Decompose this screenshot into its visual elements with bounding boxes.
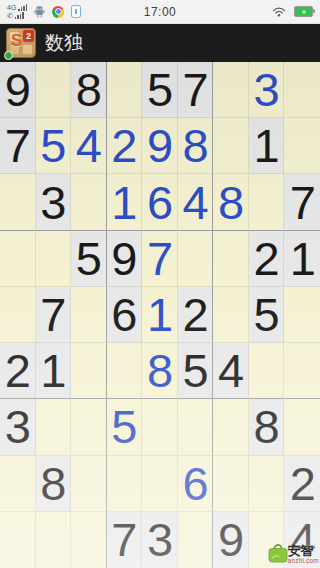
cell-r2c6[interactable]: 8 [178,118,214,174]
cell-r2c2[interactable]: 5 [36,118,72,174]
watermark-name: 安智 [288,544,314,557]
cell-r8c9[interactable]: 2 [284,456,320,512]
cell-r5c6[interactable]: 2 [178,287,214,343]
page-title: 数独 [45,30,83,56]
cell-r9c7[interactable]: 9 [213,512,249,568]
cell-r5c1[interactable] [0,287,36,343]
phone-icon: ✆ [7,12,13,19]
cell-r7c6[interactable] [178,399,214,455]
battery-icon [294,6,313,17]
cell-r5c5[interactable]: 1 [142,287,178,343]
wifi-icon [272,6,286,17]
cell-r5c4[interactable]: 6 [107,287,143,343]
cell-r6c3[interactable] [71,343,107,399]
cell-r3c3[interactable] [71,174,107,230]
cell-r4c1[interactable] [0,231,36,287]
shopping-bag-icon [266,540,290,564]
cell-r2c9[interactable] [284,118,320,174]
cell-r8c7[interactable] [213,456,249,512]
cell-r1c6[interactable]: 7 [178,62,214,118]
cell-r4c5[interactable]: 7 [142,231,178,287]
cell-r9c6[interactable] [178,512,214,568]
cell-r7c1[interactable]: 3 [0,399,36,455]
cell-r3c2[interactable]: 3 [36,174,72,230]
dual-sim-signal: 4G ✆ [7,4,27,19]
cell-r8c8[interactable] [249,456,285,512]
cell-r5c3[interactable] [71,287,107,343]
cell-r4c2[interactable] [36,231,72,287]
cell-r1c7[interactable] [213,62,249,118]
cell-r7c4[interactable]: 5 [107,399,143,455]
cell-r3c6[interactable]: 4 [178,174,214,230]
signal-bars-icon [18,4,27,11]
cell-r2c1[interactable]: 7 [0,118,36,174]
cell-r1c3[interactable]: 8 [71,62,107,118]
app-icon-badge: 2 [23,30,34,41]
cell-r2c8[interactable]: 1 [249,118,285,174]
cell-r3c9[interactable]: 7 [284,174,320,230]
cell-r3c5[interactable]: 6 [142,174,178,230]
cell-r8c5[interactable] [142,456,178,512]
cell-r7c5[interactable] [142,399,178,455]
cell-r4c9[interactable]: 1 [284,231,320,287]
cell-r1c8[interactable]: 3 [249,62,285,118]
cell-r2c3[interactable]: 4 [71,118,107,174]
cell-r6c8[interactable] [249,343,285,399]
status-bar: 4G ✆ [0,0,320,24]
cell-r9c2[interactable] [36,512,72,568]
cell-r5c9[interactable] [284,287,320,343]
cell-r4c6[interactable] [178,231,214,287]
signal-bars-icon-2 [15,12,24,19]
cell-r1c5[interactable]: 5 [142,62,178,118]
watermark-domain: anzhi.com [288,557,319,565]
app-icon-letter: S [11,32,22,49]
cell-r1c4[interactable] [107,62,143,118]
android-notification-icon [34,5,45,18]
cell-r2c4[interactable]: 2 [107,118,143,174]
network-type-label: 4G [7,4,16,11]
cell-r1c9[interactable] [284,62,320,118]
cell-r6c2[interactable]: 1 [36,343,72,399]
cell-r6c5[interactable]: 8 [142,343,178,399]
title-bar: S 2 数独 [0,24,320,62]
sudoku-app-icon: S 2 [6,28,36,58]
cell-r8c2[interactable]: 8 [36,456,72,512]
cell-r1c2[interactable] [36,62,72,118]
chrome-notification-icon [52,6,64,18]
status-right-cluster [272,6,313,17]
cell-r3c1[interactable] [0,174,36,230]
cell-r4c3[interactable]: 5 [71,231,107,287]
cell-r3c8[interactable] [249,174,285,230]
cell-r2c7[interactable] [213,118,249,174]
cell-r8c6[interactable]: 6 [178,456,214,512]
cell-r9c1[interactable] [0,512,36,568]
cell-r5c7[interactable] [213,287,249,343]
cell-r4c8[interactable]: 2 [249,231,285,287]
cell-r3c4[interactable]: 1 [107,174,143,230]
cell-r7c9[interactable] [284,399,320,455]
cell-r7c2[interactable] [36,399,72,455]
cell-r8c1[interactable] [0,456,36,512]
cell-r9c4[interactable]: 7 [107,512,143,568]
cell-r1c1[interactable]: 9 [0,62,36,118]
cell-r7c8[interactable]: 8 [249,399,285,455]
cell-r3c7[interactable]: 8 [213,174,249,230]
cell-r9c3[interactable] [71,512,107,568]
cell-r8c4[interactable] [107,456,143,512]
cell-r5c8[interactable]: 5 [249,287,285,343]
cell-r8c3[interactable] [71,456,107,512]
sim-app-notification-icon [71,5,81,18]
cell-r7c7[interactable] [213,399,249,455]
cell-r4c4[interactable]: 9 [107,231,143,287]
phone-screen: 4G ✆ [0,0,320,568]
status-left-cluster: 4G ✆ [7,4,81,19]
cell-r2c5[interactable]: 9 [142,118,178,174]
cell-r6c1[interactable]: 2 [0,343,36,399]
cell-r6c9[interactable] [284,343,320,399]
cell-r9c5[interactable]: 3 [142,512,178,568]
cell-r5c2[interactable]: 7 [36,287,72,343]
sudoku-board: 9857375429813164875972176125218543588627… [0,62,320,568]
cell-r7c3[interactable] [71,399,107,455]
cell-r6c4[interactable] [107,343,143,399]
cell-r6c6[interactable]: 5 [178,343,214,399]
cell-r4c7[interactable] [213,231,249,287]
cell-r6c7[interactable]: 4 [213,343,249,399]
app-icon-green-badge [4,51,13,60]
anzhi-watermark: 安智 anzhi.com [266,540,319,565]
